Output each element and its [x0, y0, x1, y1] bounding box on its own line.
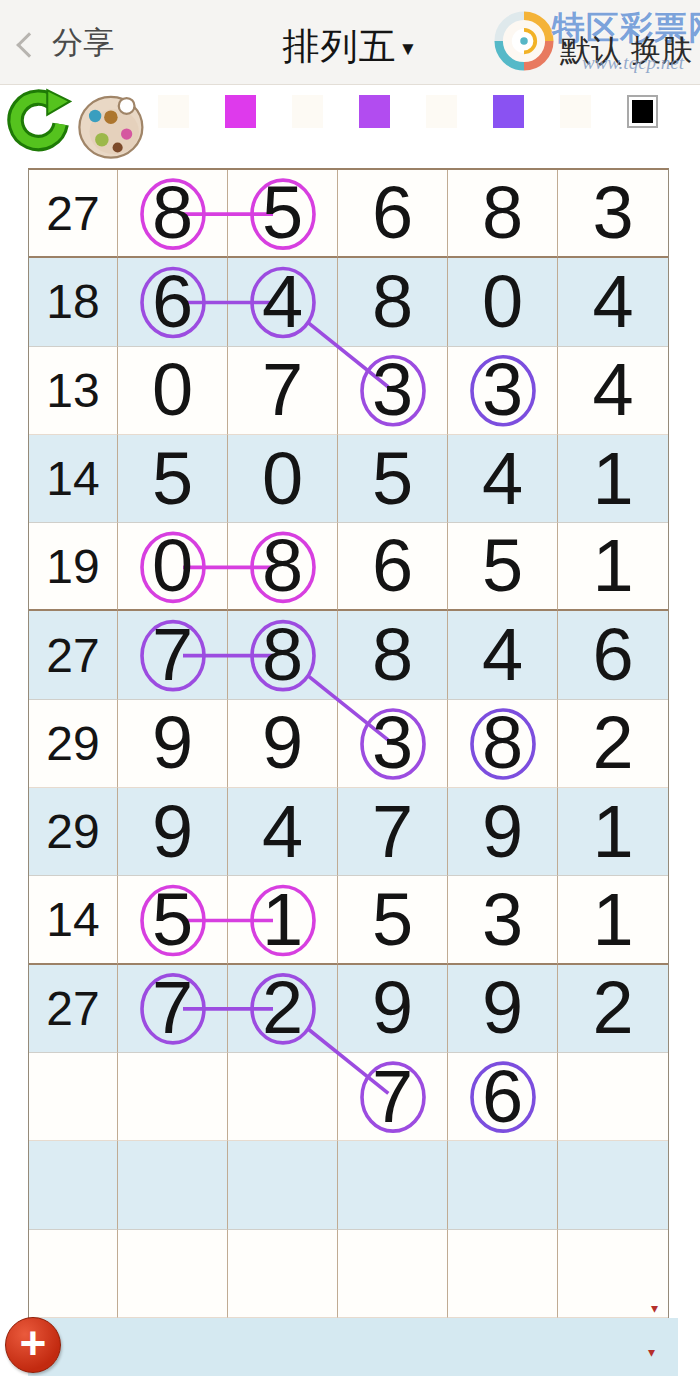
sum-cell: 18 [29, 258, 118, 346]
digit-value: 4 [262, 795, 303, 869]
digit-value: 5 [262, 176, 303, 250]
blank-swatch[interactable] [158, 95, 189, 128]
digit-value: 1 [592, 529, 633, 603]
digit-value: 9 [372, 971, 413, 1045]
digit-value: 9 [482, 795, 523, 869]
digit-cell[interactable]: 9 [338, 965, 448, 1053]
sum-value: 18 [46, 274, 99, 329]
digit-value: 8 [372, 265, 413, 339]
digit-value: 8 [482, 176, 523, 250]
digit-cell[interactable]: 7 [338, 1053, 448, 1141]
trend-chart: 2785683186480413073341450541190865127788… [28, 168, 669, 1319]
sum-cell: 27 [29, 965, 118, 1053]
digit-cell[interactable] [448, 1141, 558, 1229]
digit-cell[interactable]: 4 [228, 258, 338, 346]
digit-value: 1 [592, 795, 633, 869]
digit-cell[interactable]: 1 [228, 876, 338, 964]
sum-value: 14 [46, 892, 99, 947]
digit-cell[interactable] [338, 1141, 448, 1229]
digit-value: 0 [152, 529, 193, 603]
digit-value: 6 [482, 1060, 523, 1134]
palette-icon[interactable] [76, 89, 148, 161]
digit-value: 3 [592, 176, 633, 250]
digit-value: 2 [262, 971, 303, 1045]
sum-value: 14 [46, 451, 99, 506]
digit-cell[interactable] [118, 1230, 228, 1318]
digit-cell[interactable]: 5 [118, 876, 228, 964]
violet-swatch[interactable] [493, 95, 524, 128]
digit-value: 4 [592, 353, 633, 427]
digit-cell[interactable]: 0 [118, 347, 228, 435]
sum-value: 29 [46, 804, 99, 859]
digit-cell[interactable]: 0 [228, 435, 338, 523]
digit-cell[interactable]: 2 [558, 700, 668, 788]
digit-cell[interactable] [558, 1053, 668, 1141]
color-swatches [158, 95, 658, 128]
blank-swatch[interactable] [426, 95, 457, 128]
digit-cell[interactable]: 9 [228, 700, 338, 788]
digit-cell[interactable]: 9 [118, 788, 228, 876]
refresh-icon[interactable] [6, 87, 72, 155]
digit-value: 7 [152, 971, 193, 1045]
digit-value: 9 [262, 706, 303, 780]
digit-cell[interactable]: 6 [448, 1053, 558, 1141]
sum-cell: 27 [29, 611, 118, 699]
site-logo-icon [494, 11, 554, 71]
digit-cell[interactable]: 7 [338, 788, 448, 876]
digit-cell[interactable] [228, 1053, 338, 1141]
digit-cell[interactable] [228, 1230, 338, 1318]
digit-cell[interactable]: 5 [228, 170, 338, 258]
sum-value: 27 [46, 981, 99, 1036]
digit-value: 8 [482, 706, 523, 780]
digit-cell[interactable]: 4 [448, 611, 558, 699]
digit-cell[interactable]: 4 [558, 258, 668, 346]
sum-value: 19 [46, 539, 99, 594]
sum-cell: 14 [29, 435, 118, 523]
digit-value: 4 [592, 265, 633, 339]
trend-grid: 2785683186480413073341450541190865127788… [29, 170, 668, 1318]
digit-cell[interactable]: 7 [118, 611, 228, 699]
digit-cell[interactable]: 1 [558, 435, 668, 523]
digit-cell[interactable]: 8 [338, 258, 448, 346]
digit-cell[interactable]: 8 [228, 611, 338, 699]
digit-value: 6 [152, 265, 193, 339]
dropdown-caret-icon: ▼ [399, 38, 418, 59]
digit-cell[interactable]: 8 [338, 611, 448, 699]
digit-cell[interactable]: 4 [228, 788, 338, 876]
sum-cell: 27 [29, 170, 118, 258]
sum-cell [29, 1230, 118, 1318]
scroll-hint-icon: ▾ [651, 1300, 658, 1316]
digit-cell[interactable]: 5 [448, 523, 558, 611]
digit-cell[interactable]: 1 [558, 788, 668, 876]
sum-value: 27 [46, 628, 99, 683]
digit-cell[interactable]: 8 [448, 700, 558, 788]
digit-cell[interactable]: 8 [228, 523, 338, 611]
digit-value: 3 [482, 353, 523, 427]
sum-cell [29, 1053, 118, 1141]
sum-cell: 14 [29, 876, 118, 964]
digit-cell[interactable]: 2 [228, 965, 338, 1053]
digit-cell[interactable]: 7 [118, 965, 228, 1053]
sum-cell: 19 [29, 523, 118, 611]
digit-cell[interactable]: 0 [118, 523, 228, 611]
digit-value: 3 [372, 706, 413, 780]
digit-cell[interactable]: 3 [558, 170, 668, 258]
digit-value: 5 [372, 883, 413, 957]
blank-swatch[interactable] [292, 95, 323, 128]
digit-cell[interactable] [228, 1141, 338, 1229]
sum-cell [29, 1141, 118, 1229]
digit-value: 8 [262, 529, 303, 603]
digit-value: 9 [152, 706, 193, 780]
purple-swatch[interactable] [359, 95, 390, 128]
digit-cell[interactable]: 7 [228, 347, 338, 435]
digit-value: 4 [482, 618, 523, 692]
digit-cell[interactable]: 5 [338, 435, 448, 523]
digit-cell[interactable]: 5 [338, 876, 448, 964]
digit-cell[interactable] [118, 1053, 228, 1141]
digit-cell[interactable]: 9 [448, 965, 558, 1053]
digit-cell[interactable]: 9 [448, 788, 558, 876]
digit-value: 7 [152, 618, 193, 692]
digit-cell[interactable]: 5 [118, 435, 228, 523]
digit-value: 1 [592, 442, 633, 516]
digit-cell[interactable]: 4 [448, 435, 558, 523]
site-watermark-url: www.tqcp.net [582, 52, 684, 74]
digit-value: 8 [372, 618, 413, 692]
digit-cell[interactable]: 3 [448, 876, 558, 964]
app-screen: 分享 排列五▼ 特区彩票网 默认 换肤 www.tqcp.net [0, 0, 700, 1376]
digit-value: 3 [372, 353, 413, 427]
pen-toolbar [0, 85, 700, 168]
digit-cell[interactable] [448, 1230, 558, 1318]
top-bar: 分享 排列五▼ 特区彩票网 默认 换肤 www.tqcp.net [0, 0, 700, 85]
digit-cell[interactable]: 8 [448, 170, 558, 258]
digit-cell[interactable]: 0 [448, 258, 558, 346]
digit-value: 9 [482, 971, 523, 1045]
sum-cell: 29 [29, 700, 118, 788]
digit-cell[interactable]: 1 [558, 523, 668, 611]
digit-cell[interactable] [558, 1141, 668, 1229]
digit-value: 4 [262, 265, 303, 339]
digit-cell[interactable]: 3 [338, 347, 448, 435]
scroll-hint-icon: ▾ [648, 1344, 655, 1360]
digit-value: 2 [592, 971, 633, 1045]
digit-cell[interactable]: 8 [118, 170, 228, 258]
digit-cell[interactable]: 6 [338, 523, 448, 611]
digit-cell[interactable]: 3 [338, 700, 448, 788]
digit-value: 6 [372, 529, 413, 603]
digit-value: 2 [592, 706, 633, 780]
digit-value: 5 [152, 442, 193, 516]
sum-value: 13 [46, 363, 99, 418]
digit-cell[interactable]: 2 [558, 965, 668, 1053]
digit-value: 6 [592, 618, 633, 692]
digit-cell[interactable]: 6 [338, 170, 448, 258]
note-input-bar[interactable] [28, 1318, 678, 1376]
digit-value: 7 [372, 1060, 413, 1134]
digit-value: 6 [372, 176, 413, 250]
digit-value: 0 [262, 442, 303, 516]
digit-value: 0 [152, 353, 193, 427]
digit-cell[interactable] [118, 1141, 228, 1229]
digit-value: 4 [482, 442, 523, 516]
digit-value: 7 [372, 795, 413, 869]
digit-value: 7 [262, 353, 303, 427]
digit-cell[interactable]: 9 [118, 700, 228, 788]
digit-value: 0 [482, 265, 523, 339]
sum-value: 27 [46, 186, 99, 241]
digit-value: 5 [482, 529, 523, 603]
digit-value: 5 [372, 442, 413, 516]
magenta-swatch[interactable] [225, 95, 256, 128]
sum-value: 29 [46, 716, 99, 771]
digit-cell[interactable]: 3 [448, 347, 558, 435]
digit-value: 1 [262, 883, 303, 957]
digit-value: 9 [152, 795, 193, 869]
digit-value: 5 [152, 883, 193, 957]
digit-value: 3 [482, 883, 523, 957]
digit-value: 8 [152, 176, 193, 250]
digit-cell[interactable]: 1 [558, 876, 668, 964]
sum-cell: 13 [29, 347, 118, 435]
digit-cell[interactable]: 4 [558, 347, 668, 435]
blank-swatch[interactable] [560, 95, 591, 128]
digit-value: 8 [262, 618, 303, 692]
digit-value: 1 [592, 883, 633, 957]
digit-cell[interactable]: 6 [118, 258, 228, 346]
digit-cell[interactable]: 6 [558, 611, 668, 699]
digit-cell[interactable] [338, 1230, 448, 1318]
black-swatch[interactable] [627, 95, 658, 128]
sum-cell: 29 [29, 788, 118, 876]
add-button[interactable]: + [5, 1317, 61, 1373]
page-title: 排列五 [283, 26, 397, 67]
